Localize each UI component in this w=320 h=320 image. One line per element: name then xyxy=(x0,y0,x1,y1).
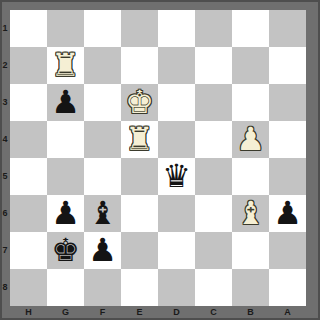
square-g6[interactable]: ♟ xyxy=(47,195,84,232)
piece-white-king-e3[interactable]: ♚ xyxy=(125,84,154,121)
square-d6[interactable] xyxy=(158,195,195,232)
square-b8[interactable] xyxy=(232,269,269,306)
piece-white-rook-e4[interactable]: ♜ xyxy=(125,121,154,158)
square-h6[interactable] xyxy=(10,195,47,232)
rank-label-7: 7 xyxy=(0,232,10,269)
file-label-d: D xyxy=(158,306,195,320)
square-d2[interactable] xyxy=(158,47,195,84)
piece-black-bishop-f6[interactable]: ♝ xyxy=(88,195,117,232)
square-h3[interactable] xyxy=(10,84,47,121)
square-b4[interactable]: ♟ xyxy=(232,121,269,158)
square-b5[interactable] xyxy=(232,158,269,195)
square-h8[interactable] xyxy=(10,269,47,306)
square-h5[interactable] xyxy=(10,158,47,195)
square-g2[interactable]: ♜ xyxy=(47,47,84,84)
square-f5[interactable] xyxy=(84,158,121,195)
square-g5[interactable] xyxy=(47,158,84,195)
file-label-h: H xyxy=(10,306,47,320)
file-label-a: A xyxy=(269,306,306,320)
rank-label-8: 8 xyxy=(0,269,10,306)
square-a3[interactable] xyxy=(269,84,306,121)
square-b7[interactable] xyxy=(232,232,269,269)
square-f3[interactable] xyxy=(84,84,121,121)
file-label-b: B xyxy=(232,306,269,320)
square-b2[interactable] xyxy=(232,47,269,84)
piece-black-pawn-g6[interactable]: ♟ xyxy=(51,195,80,232)
square-d4[interactable] xyxy=(158,121,195,158)
square-c4[interactable] xyxy=(195,121,232,158)
square-f8[interactable] xyxy=(84,269,121,306)
square-e8[interactable] xyxy=(121,269,158,306)
square-a5[interactable] xyxy=(269,158,306,195)
square-b6[interactable]: ♝ xyxy=(232,195,269,232)
file-label-g: G xyxy=(47,306,84,320)
square-e7[interactable] xyxy=(121,232,158,269)
piece-black-pawn-f7[interactable]: ♟ xyxy=(88,232,117,269)
piece-black-queen-d5[interactable]: ♛ xyxy=(162,158,191,195)
square-h7[interactable] xyxy=(10,232,47,269)
file-label-e: E xyxy=(121,306,158,320)
square-g3[interactable]: ♟ xyxy=(47,84,84,121)
square-d7[interactable] xyxy=(158,232,195,269)
square-a7[interactable] xyxy=(269,232,306,269)
piece-black-king-g7[interactable]: ♚ xyxy=(51,232,80,269)
piece-white-pawn-b4[interactable]: ♟ xyxy=(236,121,265,158)
square-c3[interactable] xyxy=(195,84,232,121)
square-b3[interactable] xyxy=(232,84,269,121)
square-g4[interactable] xyxy=(47,121,84,158)
rank-label-4: 4 xyxy=(0,121,10,158)
square-c1[interactable] xyxy=(195,10,232,47)
board-frame: ♜♟♚♜♟♛♟♝♝♟♚♟ 12345678 HGFEDCBA xyxy=(0,0,320,320)
square-a4[interactable] xyxy=(269,121,306,158)
rank-label-2: 2 xyxy=(0,47,10,84)
rank-label-6: 6 xyxy=(0,195,10,232)
file-label-c: C xyxy=(195,306,232,320)
square-b1[interactable] xyxy=(232,10,269,47)
square-e6[interactable] xyxy=(121,195,158,232)
square-f6[interactable]: ♝ xyxy=(84,195,121,232)
square-a8[interactable] xyxy=(269,269,306,306)
square-f7[interactable]: ♟ xyxy=(84,232,121,269)
square-h2[interactable] xyxy=(10,47,47,84)
square-c5[interactable] xyxy=(195,158,232,195)
square-e5[interactable] xyxy=(121,158,158,195)
square-d5[interactable]: ♛ xyxy=(158,158,195,195)
piece-black-pawn-g3[interactable]: ♟ xyxy=(51,84,80,121)
square-d3[interactable] xyxy=(158,84,195,121)
square-h4[interactable] xyxy=(10,121,47,158)
square-g1[interactable] xyxy=(47,10,84,47)
square-g8[interactable] xyxy=(47,269,84,306)
square-a1[interactable] xyxy=(269,10,306,47)
square-e4[interactable]: ♜ xyxy=(121,121,158,158)
square-e2[interactable] xyxy=(121,47,158,84)
rank-label-5: 5 xyxy=(0,158,10,195)
square-e1[interactable] xyxy=(121,10,158,47)
square-f1[interactable] xyxy=(84,10,121,47)
piece-black-pawn-a6[interactable]: ♟ xyxy=(273,195,302,232)
chess-board: ♜♟♚♜♟♛♟♝♝♟♚♟ xyxy=(10,10,306,306)
square-d8[interactable] xyxy=(158,269,195,306)
square-a6[interactable]: ♟ xyxy=(269,195,306,232)
square-g7[interactable]: ♚ xyxy=(47,232,84,269)
square-a2[interactable] xyxy=(269,47,306,84)
square-c8[interactable] xyxy=(195,269,232,306)
square-f2[interactable] xyxy=(84,47,121,84)
square-h1[interactable] xyxy=(10,10,47,47)
piece-white-bishop-b6[interactable]: ♝ xyxy=(236,195,265,232)
square-c7[interactable] xyxy=(195,232,232,269)
piece-white-rook-g2[interactable]: ♜ xyxy=(51,47,80,84)
square-c2[interactable] xyxy=(195,47,232,84)
square-f4[interactable] xyxy=(84,121,121,158)
rank-label-3: 3 xyxy=(0,84,10,121)
square-d1[interactable] xyxy=(158,10,195,47)
square-c6[interactable] xyxy=(195,195,232,232)
file-label-f: F xyxy=(84,306,121,320)
square-e3[interactable]: ♚ xyxy=(121,84,158,121)
rank-label-1: 1 xyxy=(0,10,10,47)
